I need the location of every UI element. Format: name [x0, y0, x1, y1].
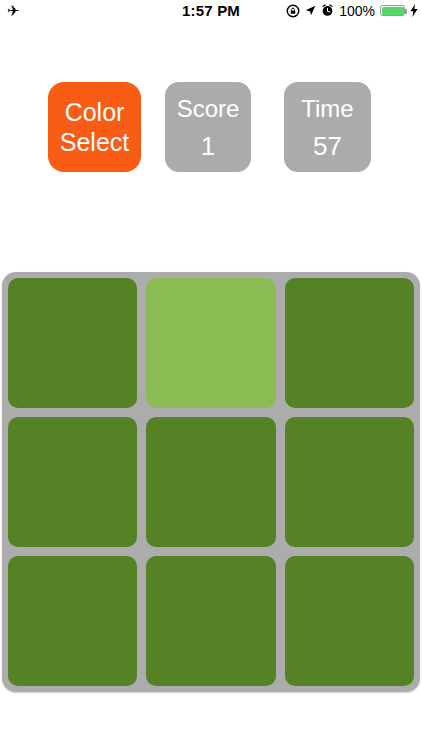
battery-cap [405, 9, 407, 14]
status-bar: ✈ 1:57 PM [0, 0, 422, 21]
time-value: 57 [313, 133, 342, 159]
color-select-line2: Select [60, 127, 129, 157]
tile-r1c3[interactable] [285, 278, 414, 408]
tile-r2c3[interactable] [285, 417, 414, 547]
time-display: Time 57 [284, 82, 371, 172]
charging-bolt-icon [410, 4, 418, 17]
app-screen: ✈ 1:57 PM [0, 0, 422, 750]
alarm-icon [321, 4, 334, 17]
color-select-line1: Color [65, 97, 125, 127]
tile-r3c3[interactable] [285, 556, 414, 686]
tile-r2c2[interactable] [146, 417, 275, 547]
tile-r3c1[interactable] [8, 556, 137, 686]
score-display: Score 1 [165, 82, 251, 172]
time-label: Time [301, 96, 353, 122]
status-clock: 1:57 PM [182, 0, 240, 21]
board-grid [2, 272, 420, 692]
battery-percent-label: 100% [339, 3, 375, 19]
score-label: Score [177, 96, 240, 122]
airplane-mode-icon: ✈ [7, 0, 20, 21]
tile-r2c1[interactable] [8, 417, 137, 547]
battery-icon [380, 5, 405, 16]
location-icon [305, 5, 316, 16]
status-right: 100% [286, 0, 418, 21]
tile-r1c2-odd[interactable] [146, 278, 275, 408]
tile-r3c2[interactable] [146, 556, 275, 686]
status-left: ✈ [7, 0, 20, 21]
tile-r1c1[interactable] [8, 278, 137, 408]
score-value: 1 [201, 133, 215, 159]
battery-fill [382, 7, 404, 15]
color-select-button[interactable]: Color Select [48, 82, 141, 172]
orientation-lock-icon [286, 4, 300, 18]
